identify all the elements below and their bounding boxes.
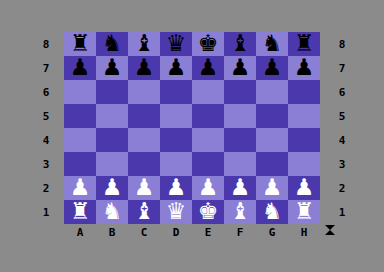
square-e4[interactable] [192, 128, 224, 152]
square-d2[interactable]: ♟ [160, 176, 192, 200]
square-f4[interactable] [224, 128, 256, 152]
square-c8[interactable]: ♝ [128, 32, 160, 56]
square-a8[interactable]: ♜ [64, 32, 96, 56]
rank-label-left-7: 7 [38, 56, 54, 80]
square-g7[interactable]: ♟ [256, 56, 288, 80]
square-d4[interactable] [160, 128, 192, 152]
hourglass-bottom [325, 230, 335, 235]
square-b4[interactable] [96, 128, 128, 152]
square-f1[interactable]: ♝ [224, 200, 256, 224]
chess-board: ♜♞♝♛♚♝♞♜♟♟♟♟♟♟♟♟♟♟♟♟♟♟♟♟♜♞♝♛♚♝♞♜ [64, 32, 320, 224]
square-c5[interactable] [128, 104, 160, 128]
white-knight[interactable]: ♞ [262, 200, 283, 223]
white-pawn[interactable]: ♟ [262, 176, 283, 199]
black-pawn[interactable]: ♟ [70, 56, 91, 79]
c64-chess-screen: ♜♞♝♛♚♝♞♜♟♟♟♟♟♟♟♟♟♟♟♟♟♟♟♟♜♞♝♛♚♝♞♜ 8765432… [0, 0, 384, 272]
white-pawn[interactable]: ♟ [134, 176, 155, 199]
file-label-f: F [224, 224, 256, 240]
square-c6[interactable] [128, 80, 160, 104]
rank-label-left-5: 5 [38, 104, 54, 128]
white-bishop[interactable]: ♝ [230, 200, 251, 223]
square-h7[interactable]: ♟ [288, 56, 320, 80]
square-h5[interactable] [288, 104, 320, 128]
rank-label-right-6: 6 [334, 80, 350, 104]
rank-label-right-3: 3 [334, 152, 350, 176]
square-d3[interactable] [160, 152, 192, 176]
file-label-d: D [160, 224, 192, 240]
square-d7[interactable]: ♟ [160, 56, 192, 80]
white-bishop[interactable]: ♝ [134, 200, 155, 223]
white-pawn[interactable]: ♟ [198, 176, 219, 199]
square-b8[interactable]: ♞ [96, 32, 128, 56]
black-knight[interactable]: ♞ [102, 32, 123, 55]
black-pawn[interactable]: ♟ [230, 56, 251, 79]
square-b5[interactable] [96, 104, 128, 128]
square-h3[interactable] [288, 152, 320, 176]
rank-labels-left: 87654321 [38, 32, 54, 224]
square-f2[interactable]: ♟ [224, 176, 256, 200]
square-a2[interactable]: ♟ [64, 176, 96, 200]
rank-label-right-5: 5 [334, 104, 350, 128]
square-a1[interactable]: ♜ [64, 200, 96, 224]
file-labels: ABCDEFGH [64, 224, 320, 240]
square-g3[interactable] [256, 152, 288, 176]
white-rook[interactable]: ♜ [294, 200, 315, 223]
white-pawn[interactable]: ♟ [102, 176, 123, 199]
rank-label-left-1: 1 [38, 200, 54, 224]
square-f3[interactable] [224, 152, 256, 176]
black-pawn[interactable]: ♟ [262, 56, 283, 79]
square-a4[interactable] [64, 128, 96, 152]
black-pawn[interactable]: ♟ [134, 56, 155, 79]
square-g1[interactable]: ♞ [256, 200, 288, 224]
black-pawn[interactable]: ♟ [102, 56, 123, 79]
rank-label-left-8: 8 [38, 32, 54, 56]
square-h1[interactable]: ♜ [288, 200, 320, 224]
square-b7[interactable]: ♟ [96, 56, 128, 80]
black-pawn[interactable]: ♟ [294, 56, 315, 79]
white-rook[interactable]: ♜ [70, 200, 91, 223]
square-f7[interactable]: ♟ [224, 56, 256, 80]
square-g8[interactable]: ♞ [256, 32, 288, 56]
square-g6[interactable] [256, 80, 288, 104]
rank-label-right-7: 7 [334, 56, 350, 80]
file-label-c: C [128, 224, 160, 240]
square-e6[interactable] [192, 80, 224, 104]
black-rook[interactable]: ♜ [294, 32, 315, 55]
file-label-b: B [96, 224, 128, 240]
black-bishop[interactable]: ♝ [134, 32, 155, 55]
square-h2[interactable]: ♟ [288, 176, 320, 200]
white-pawn[interactable]: ♟ [294, 176, 315, 199]
square-d5[interactable] [160, 104, 192, 128]
square-e2[interactable]: ♟ [192, 176, 224, 200]
white-knight[interactable]: ♞ [102, 200, 123, 223]
white-pawn[interactable]: ♟ [70, 176, 91, 199]
file-label-h: H [288, 224, 320, 240]
black-knight[interactable]: ♞ [262, 32, 283, 55]
square-e1[interactable]: ♚ [192, 200, 224, 224]
black-pawn[interactable]: ♟ [166, 56, 187, 79]
square-e7[interactable]: ♟ [192, 56, 224, 80]
square-e5[interactable] [192, 104, 224, 128]
square-c4[interactable] [128, 128, 160, 152]
square-a6[interactable] [64, 80, 96, 104]
square-b2[interactable]: ♟ [96, 176, 128, 200]
black-rook[interactable]: ♜ [70, 32, 91, 55]
file-label-a: A [64, 224, 96, 240]
square-e3[interactable] [192, 152, 224, 176]
rank-label-right-4: 4 [334, 128, 350, 152]
white-pawn[interactable]: ♟ [230, 176, 251, 199]
rank-label-right-2: 2 [334, 176, 350, 200]
black-king[interactable]: ♚ [198, 32, 219, 55]
white-pawn[interactable]: ♟ [166, 176, 187, 199]
white-king[interactable]: ♚ [198, 200, 219, 223]
square-b1[interactable]: ♞ [96, 200, 128, 224]
square-d6[interactable] [160, 80, 192, 104]
black-bishop[interactable]: ♝ [230, 32, 251, 55]
square-a5[interactable] [64, 104, 96, 128]
hourglass-icon [325, 225, 335, 235]
rank-label-right-8: 8 [334, 32, 350, 56]
rank-labels-right: 87654321 [334, 32, 350, 224]
square-c2[interactable]: ♟ [128, 176, 160, 200]
file-label-g: G [256, 224, 288, 240]
square-h4[interactable] [288, 128, 320, 152]
square-b3[interactable] [96, 152, 128, 176]
rank-label-left-2: 2 [38, 176, 54, 200]
square-f8[interactable]: ♝ [224, 32, 256, 56]
square-g2[interactable]: ♟ [256, 176, 288, 200]
square-g5[interactable] [256, 104, 288, 128]
square-g4[interactable] [256, 128, 288, 152]
square-c1[interactable]: ♝ [128, 200, 160, 224]
square-c3[interactable] [128, 152, 160, 176]
square-e8[interactable]: ♚ [192, 32, 224, 56]
square-d1[interactable]: ♛ [160, 200, 192, 224]
file-label-e: E [192, 224, 224, 240]
square-b6[interactable] [96, 80, 128, 104]
rank-label-left-4: 4 [38, 128, 54, 152]
square-d8[interactable]: ♛ [160, 32, 192, 56]
black-pawn[interactable]: ♟ [198, 56, 219, 79]
black-queen[interactable]: ♛ [166, 32, 187, 55]
rank-label-right-1: 1 [334, 200, 350, 224]
square-f6[interactable] [224, 80, 256, 104]
square-h8[interactable]: ♜ [288, 32, 320, 56]
square-c7[interactable]: ♟ [128, 56, 160, 80]
square-a7[interactable]: ♟ [64, 56, 96, 80]
rank-label-left-6: 6 [38, 80, 54, 104]
rank-label-left-3: 3 [38, 152, 54, 176]
square-h6[interactable] [288, 80, 320, 104]
white-queen[interactable]: ♛ [166, 200, 187, 223]
square-f5[interactable] [224, 104, 256, 128]
square-a3[interactable] [64, 152, 96, 176]
